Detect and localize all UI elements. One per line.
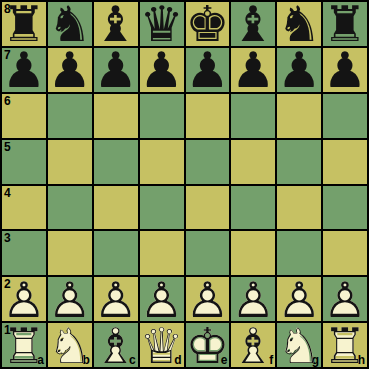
square-b7[interactable]: ♟ <box>48 48 92 92</box>
square-e8[interactable]: ♚ <box>186 2 230 46</box>
black-piece-glyph: ♝ <box>94 3 138 47</box>
square-h8[interactable]: ♜ <box>323 2 367 46</box>
black-piece-glyph: ♝ <box>231 3 275 47</box>
white-piece-outline: ♕ <box>140 324 184 368</box>
black-pawn: ♟ <box>2 48 46 92</box>
white-piece-outline: ♔ <box>186 324 230 368</box>
square-a5[interactable]: 5 <box>2 140 46 184</box>
white-king: ♚♔ <box>186 323 230 367</box>
square-g5[interactable] <box>277 140 321 184</box>
square-a8[interactable]: 8♜ <box>2 2 46 46</box>
white-rook: ♜♖ <box>323 323 367 367</box>
square-b8[interactable]: ♞ <box>48 2 92 46</box>
rank-label-4: 4 <box>4 187 11 199</box>
square-h1[interactable]: h♜♖ <box>323 323 367 367</box>
black-rook: ♜ <box>323 2 367 46</box>
square-h7[interactable]: ♟ <box>323 48 367 92</box>
white-piece-outline: ♖ <box>323 324 367 368</box>
black-pawn: ♟ <box>48 48 92 92</box>
square-g2[interactable]: ♟♙ <box>277 277 321 321</box>
black-piece-glyph: ♟ <box>186 49 230 93</box>
black-knight: ♞ <box>48 2 92 46</box>
white-rook: ♜♖ <box>2 323 46 367</box>
white-pawn: ♟♙ <box>186 277 230 321</box>
white-piece-outline: ♙ <box>231 278 275 322</box>
black-piece-glyph: ♛ <box>140 3 184 47</box>
black-piece-glyph: ♟ <box>323 49 367 93</box>
white-pawn: ♟♙ <box>2 277 46 321</box>
square-b6[interactable] <box>48 94 92 138</box>
square-c3[interactable] <box>94 231 138 275</box>
square-b3[interactable] <box>48 231 92 275</box>
black-pawn: ♟ <box>231 48 275 92</box>
square-c5[interactable] <box>94 140 138 184</box>
square-d6[interactable] <box>140 94 184 138</box>
square-d4[interactable] <box>140 186 184 230</box>
white-bishop: ♝♗ <box>231 323 275 367</box>
square-c7[interactable]: ♟ <box>94 48 138 92</box>
square-f1[interactable]: f♝♗ <box>231 323 275 367</box>
rank-label-5: 5 <box>4 141 11 153</box>
square-f8[interactable]: ♝ <box>231 2 275 46</box>
black-piece-glyph: ♟ <box>140 49 184 93</box>
rank-label-6: 6 <box>4 95 11 107</box>
square-e4[interactable] <box>186 186 230 230</box>
square-b5[interactable] <box>48 140 92 184</box>
black-piece-glyph: ♞ <box>277 3 321 47</box>
chess-board: 8♜♞♝♛♚♝♞♜7♟♟♟♟♟♟♟♟65432♟♙♟♙♟♙♟♙♟♙♟♙♟♙♟♙1… <box>0 0 369 369</box>
white-piece-outline: ♙ <box>94 278 138 322</box>
white-pawn: ♟♙ <box>277 277 321 321</box>
square-g7[interactable]: ♟ <box>277 48 321 92</box>
black-pawn: ♟ <box>277 48 321 92</box>
square-b1[interactable]: b♞♘ <box>48 323 92 367</box>
square-f5[interactable] <box>231 140 275 184</box>
black-bishop: ♝ <box>94 2 138 46</box>
square-g8[interactable]: ♞ <box>277 2 321 46</box>
white-piece-outline: ♘ <box>277 324 321 368</box>
square-f3[interactable] <box>231 231 275 275</box>
square-f2[interactable]: ♟♙ <box>231 277 275 321</box>
white-piece-outline: ♙ <box>323 278 367 322</box>
square-h3[interactable] <box>323 231 367 275</box>
square-h5[interactable] <box>323 140 367 184</box>
white-pawn: ♟♙ <box>94 277 138 321</box>
rank-label-3: 3 <box>4 232 11 244</box>
square-a3[interactable]: 3 <box>2 231 46 275</box>
square-g3[interactable] <box>277 231 321 275</box>
white-pawn: ♟♙ <box>48 277 92 321</box>
square-c2[interactable]: ♟♙ <box>94 277 138 321</box>
square-e1[interactable]: e♚♔ <box>186 323 230 367</box>
square-d7[interactable]: ♟ <box>140 48 184 92</box>
square-d2[interactable]: ♟♙ <box>140 277 184 321</box>
white-piece-outline: ♙ <box>140 278 184 322</box>
black-piece-glyph: ♜ <box>323 3 367 47</box>
square-h6[interactable] <box>323 94 367 138</box>
white-pawn: ♟♙ <box>231 277 275 321</box>
square-c4[interactable] <box>94 186 138 230</box>
square-a2[interactable]: 2♟♙ <box>2 277 46 321</box>
square-b4[interactable] <box>48 186 92 230</box>
square-d8[interactable]: ♛ <box>140 2 184 46</box>
black-piece-glyph: ♜ <box>2 3 46 47</box>
black-piece-glyph: ♟ <box>48 49 92 93</box>
square-e5[interactable] <box>186 140 230 184</box>
square-f6[interactable] <box>231 94 275 138</box>
square-e7[interactable]: ♟ <box>186 48 230 92</box>
square-a7[interactable]: 7♟ <box>2 48 46 92</box>
white-piece-outline: ♙ <box>186 278 230 322</box>
square-f4[interactable] <box>231 186 275 230</box>
black-bishop: ♝ <box>231 2 275 46</box>
square-a1[interactable]: 1a♜♖ <box>2 323 46 367</box>
square-c6[interactable] <box>94 94 138 138</box>
square-e6[interactable] <box>186 94 230 138</box>
square-d5[interactable] <box>140 140 184 184</box>
black-piece-glyph: ♟ <box>277 49 321 93</box>
white-piece-outline: ♙ <box>48 278 92 322</box>
black-piece-glyph: ♟ <box>2 49 46 93</box>
black-piece-glyph: ♟ <box>231 49 275 93</box>
white-pawn: ♟♙ <box>140 277 184 321</box>
square-f7[interactable]: ♟ <box>231 48 275 92</box>
square-a4[interactable]: 4 <box>2 186 46 230</box>
square-h4[interactable] <box>323 186 367 230</box>
white-knight: ♞♘ <box>277 323 321 367</box>
white-knight: ♞♘ <box>48 323 92 367</box>
white-piece-outline: ♖ <box>2 324 46 368</box>
black-pawn: ♟ <box>323 48 367 92</box>
black-pawn: ♟ <box>140 48 184 92</box>
square-e2[interactable]: ♟♙ <box>186 277 230 321</box>
square-g4[interactable] <box>277 186 321 230</box>
black-pawn: ♟ <box>186 48 230 92</box>
square-d1[interactable]: d♛♕ <box>140 323 184 367</box>
white-pawn: ♟♙ <box>323 277 367 321</box>
white-piece-outline: ♙ <box>277 278 321 322</box>
black-piece-glyph: ♞ <box>48 3 92 47</box>
square-g6[interactable] <box>277 94 321 138</box>
white-queen: ♛♕ <box>140 323 184 367</box>
square-b2[interactable]: ♟♙ <box>48 277 92 321</box>
square-h2[interactable]: ♟♙ <box>323 277 367 321</box>
white-piece-outline: ♙ <box>2 278 46 322</box>
white-piece-outline: ♘ <box>48 324 92 368</box>
white-piece-outline: ♗ <box>94 324 138 368</box>
square-d3[interactable] <box>140 231 184 275</box>
black-rook: ♜ <box>2 2 46 46</box>
white-piece-outline: ♗ <box>231 324 275 368</box>
square-e3[interactable] <box>186 231 230 275</box>
black-piece-glyph: ♚ <box>186 3 230 47</box>
black-queen: ♛ <box>140 2 184 46</box>
black-pawn: ♟ <box>94 48 138 92</box>
black-piece-glyph: ♟ <box>94 49 138 93</box>
square-c8[interactable]: ♝ <box>94 2 138 46</box>
square-c1[interactable]: c♝♗ <box>94 323 138 367</box>
square-g1[interactable]: g♞♘ <box>277 323 321 367</box>
black-king: ♚ <box>186 2 230 46</box>
black-knight: ♞ <box>277 2 321 46</box>
white-bishop: ♝♗ <box>94 323 138 367</box>
square-a6[interactable]: 6 <box>2 94 46 138</box>
